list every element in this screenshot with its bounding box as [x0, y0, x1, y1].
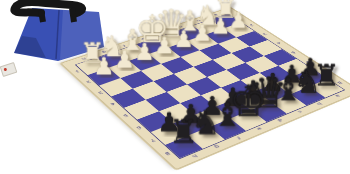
- product-photo-scene: abcdefgh abcdefgh 87654321 87654321 ♜♞♝♛…: [0, 0, 350, 174]
